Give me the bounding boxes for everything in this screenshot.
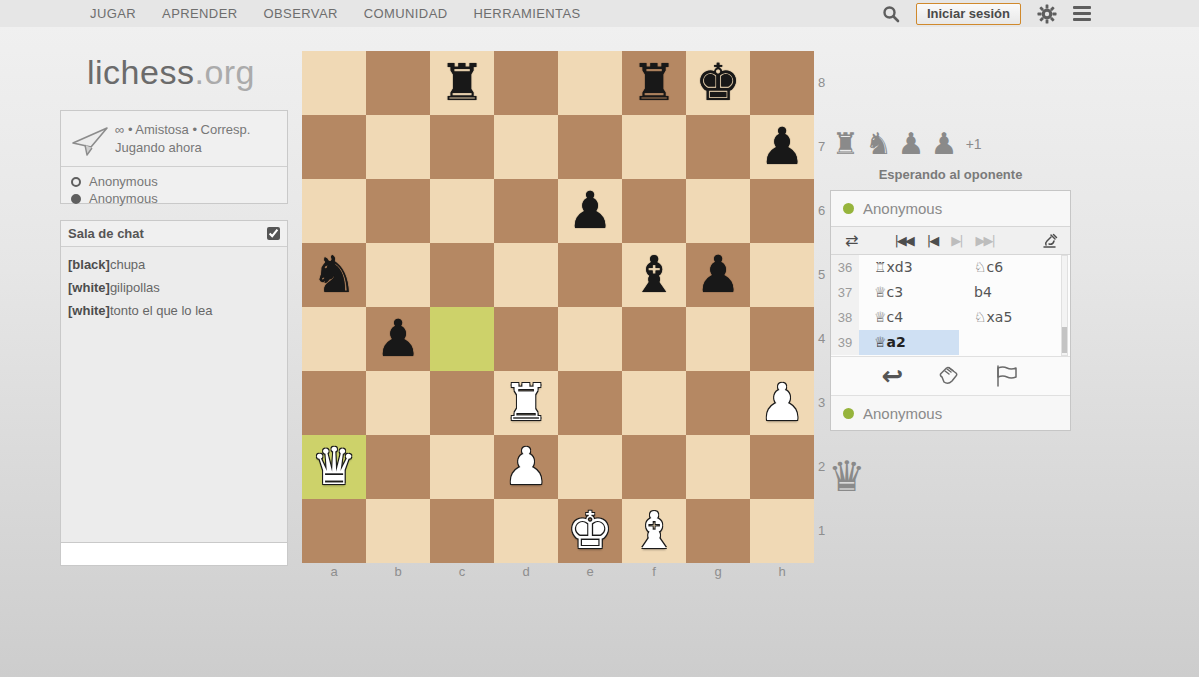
status-text: Esperando al oponente	[830, 167, 1071, 182]
file-label-e: e	[558, 564, 622, 579]
move-row-36: 36♖xd3♘c6	[831, 255, 1070, 280]
square-e3[interactable]	[558, 371, 622, 435]
next-move-icon[interactable]: ▶|	[951, 233, 961, 248]
move-white-37[interactable]: ♕c3	[859, 280, 959, 305]
site-logo[interactable]: lichess.org	[87, 53, 255, 92]
white-pawn-h3[interactable]: ♟	[750, 371, 814, 435]
square-c4[interactable]	[430, 307, 494, 371]
top-nav: JUGARAPRENDEROBSERVARCOMUNIDADHERRAMIENT…	[0, 0, 1199, 27]
nav-item-jugar[interactable]: JUGAR	[90, 6, 136, 21]
move-number: 37	[831, 280, 859, 305]
square-d5[interactable]	[494, 243, 558, 307]
square-h2[interactable]	[750, 435, 814, 499]
white-pawn-d2[interactable]: ♟	[494, 435, 558, 499]
flip-board-icon[interactable]: ⇄	[845, 231, 858, 250]
file-label-g: g	[686, 564, 750, 579]
square-d3[interactable]: ♜	[494, 371, 558, 435]
square-h7[interactable]: ♟	[750, 115, 814, 179]
paper-plane-icon	[71, 121, 115, 158]
square-b1[interactable]	[366, 499, 430, 563]
info-player-white: Anonymous	[71, 173, 277, 190]
square-d8[interactable]	[494, 51, 558, 115]
square-e2[interactable]	[558, 435, 622, 499]
move-number: 39	[831, 330, 859, 355]
nav-item-herramientas[interactable]: HERRAMIENTAS	[474, 6, 581, 21]
square-b4[interactable]: ♟	[366, 307, 430, 371]
square-b2[interactable]	[366, 435, 430, 499]
square-d1[interactable]	[494, 499, 558, 563]
move-black-37[interactable]: b4	[959, 280, 1059, 305]
captured-pieces-bottom: ♛	[828, 452, 866, 501]
file-label-b: b	[366, 564, 430, 579]
square-e1[interactable]: ♚	[558, 499, 622, 563]
players-list: AnonymousAnonymous	[61, 167, 287, 207]
square-d7[interactable]	[494, 115, 558, 179]
square-h6[interactable]	[750, 179, 814, 243]
square-b3[interactable]	[366, 371, 430, 435]
square-c3[interactable]	[430, 371, 494, 435]
move-row-37: 37♕c3b4	[831, 280, 1070, 305]
action-buttons: ↩	[831, 356, 1070, 395]
hamburger-icon[interactable]	[1073, 6, 1091, 21]
square-g8[interactable]: ♚	[686, 51, 750, 115]
file-label-f: f	[622, 564, 686, 579]
online-dot	[843, 203, 854, 214]
rank-labels: 87654321	[816, 51, 825, 563]
rank-label-3: 3	[816, 371, 825, 435]
square-e7[interactable]	[558, 115, 622, 179]
square-h4[interactable]	[750, 307, 814, 371]
nav-item-comunidad[interactable]: COMUNIDAD	[364, 6, 448, 21]
square-g2[interactable]	[686, 435, 750, 499]
white-bishop-f1[interactable]: ♝	[622, 499, 686, 563]
captured-piece: ♞	[865, 127, 892, 161]
black-bishop-f5[interactable]: ♝	[622, 243, 686, 307]
square-d6[interactable]	[494, 179, 558, 243]
white-rook-d3[interactable]: ♜	[494, 371, 558, 435]
nav-menu: JUGARAPRENDEROBSERVARCOMUNIDADHERRAMIENT…	[90, 6, 581, 21]
square-c5[interactable]	[430, 243, 494, 307]
square-d4[interactable]	[494, 307, 558, 371]
move-white-36[interactable]: ♖xd3	[859, 255, 959, 280]
resign-flag-icon[interactable]	[995, 365, 1019, 387]
chat-message: [black]chupa	[68, 253, 280, 276]
rank-label-4: 4	[816, 307, 825, 371]
square-b6[interactable]	[366, 179, 430, 243]
square-c1[interactable]	[430, 499, 494, 563]
black-rook-f8[interactable]: ♜	[622, 51, 686, 115]
player-bottom-name: Anonymous	[863, 405, 942, 422]
rank-label-8: 8	[816, 51, 825, 115]
gear-icon[interactable]	[1037, 4, 1057, 24]
square-c8[interactable]: ♜	[430, 51, 494, 115]
draw-hand-icon[interactable]	[937, 364, 961, 388]
rank-label-5: 5	[816, 243, 825, 307]
square-a1[interactable]	[302, 499, 366, 563]
white-color-dot	[71, 177, 81, 187]
square-a8[interactable]	[302, 51, 366, 115]
nav-item-aprender[interactable]: APRENDER	[162, 6, 237, 21]
chat-message: [white]tonto el que lo lea	[68, 299, 280, 322]
move-white-39[interactable]: ♕a2	[859, 330, 959, 355]
player-top-row: Anonymous	[831, 191, 1070, 226]
file-label-h: h	[750, 564, 814, 579]
game-type-line: ∞ • Amistosa • Corresp.	[115, 121, 250, 139]
move-row-39: 39♕a2	[831, 330, 1070, 355]
square-f6[interactable]	[622, 179, 686, 243]
square-f4[interactable]	[622, 307, 686, 371]
black-king-g8[interactable]: ♚	[686, 51, 750, 115]
square-a6[interactable]	[302, 179, 366, 243]
captured-piece: ♛	[828, 452, 866, 501]
captured-piece: ♟	[898, 127, 925, 161]
square-c6[interactable]	[430, 179, 494, 243]
square-g4[interactable]	[686, 307, 750, 371]
rank-label-1: 1	[816, 499, 825, 563]
rank-label-2: 2	[816, 435, 825, 499]
square-e8[interactable]	[558, 51, 622, 115]
chat-toggle-checkbox[interactable]	[267, 227, 280, 240]
square-a3[interactable]	[302, 371, 366, 435]
captured-piece: ♜	[832, 127, 859, 161]
online-dot	[843, 408, 854, 419]
move-toolbar: ⇄ |◀◀ |◀ ▶| ▶▶|	[831, 226, 1070, 255]
game-status-line: Jugando ahora	[115, 139, 250, 157]
black-color-dot	[71, 194, 81, 204]
move-number: 38	[831, 305, 859, 330]
player-bottom-row: Anonymous	[831, 395, 1070, 430]
search-icon[interactable]	[882, 5, 900, 23]
chat-input[interactable]	[61, 542, 287, 565]
move-black-36[interactable]: ♘c6	[959, 255, 1059, 280]
move-scrollbar[interactable]	[1061, 255, 1068, 356]
black-knight-a5[interactable]: ♞	[302, 243, 366, 307]
material-advantage: +1	[966, 136, 982, 152]
move-number: 36	[831, 255, 859, 280]
black-pawn-h7[interactable]: ♟	[750, 115, 814, 179]
captured-piece: ♟	[931, 127, 958, 161]
square-g1[interactable]	[686, 499, 750, 563]
square-g7[interactable]	[686, 115, 750, 179]
square-f3[interactable]	[622, 371, 686, 435]
move-row-38: 38♕c4♘xa5	[831, 305, 1070, 330]
first-move-icon[interactable]: |◀◀	[894, 233, 912, 248]
file-label-a: a	[302, 564, 366, 579]
square-h1[interactable]	[750, 499, 814, 563]
square-a5[interactable]: ♞	[302, 243, 366, 307]
player-top-name: Anonymous	[863, 200, 942, 217]
square-b8[interactable]	[366, 51, 430, 115]
chat-message: [white]gilipollas	[68, 276, 280, 299]
black-pawn-g5[interactable]: ♟	[686, 243, 750, 307]
file-labels: abcdefgh	[302, 564, 814, 579]
square-g6[interactable]	[686, 179, 750, 243]
file-label-c: c	[430, 564, 494, 579]
square-a2[interactable]: ♛	[302, 435, 366, 499]
square-e5[interactable]	[558, 243, 622, 307]
square-b5[interactable]	[366, 243, 430, 307]
captured-pieces-top: ♜♞♟♟+1	[832, 127, 982, 161]
chat-title: Sala de chat	[68, 226, 144, 241]
square-e6[interactable]: ♟	[558, 179, 622, 243]
black-rook-c8[interactable]: ♜	[430, 51, 494, 115]
square-f7[interactable]	[622, 115, 686, 179]
rank-label-6: 6	[816, 179, 825, 243]
move-list: 36♖xd3♘c637♕c3b438♕c4♘xa539♕a2	[831, 255, 1070, 356]
square-c7[interactable]	[430, 115, 494, 179]
square-c2[interactable]	[430, 435, 494, 499]
game-info-box: ∞ • Amistosa • Corresp. Jugando ahora An…	[60, 110, 288, 204]
square-f2[interactable]	[622, 435, 686, 499]
square-h8[interactable]	[750, 51, 814, 115]
game-panel: Anonymous ⇄ |◀◀ |◀ ▶| ▶▶| 36♖xd3♘c637♕c3…	[830, 190, 1071, 431]
chess-board[interactable]: ♜♜♚♟♟♞♝♟♟♜♟♛♟♚♝	[302, 51, 814, 563]
square-h3[interactable]: ♟	[750, 371, 814, 435]
square-h5[interactable]	[750, 243, 814, 307]
move-white-38[interactable]: ♕c4	[859, 305, 959, 330]
move-black-38[interactable]: ♘xa5	[959, 305, 1059, 330]
square-a7[interactable]	[302, 115, 366, 179]
info-player-black: Anonymous	[71, 190, 277, 207]
black-pawn-e6[interactable]: ♟	[558, 179, 622, 243]
black-pawn-b4[interactable]: ♟	[366, 307, 430, 371]
square-b7[interactable]	[366, 115, 430, 179]
square-d2[interactable]: ♟	[494, 435, 558, 499]
square-g5[interactable]: ♟	[686, 243, 750, 307]
square-f5[interactable]: ♝	[622, 243, 686, 307]
analysis-microscope-icon[interactable]	[1042, 233, 1058, 249]
prev-move-icon[interactable]: |◀	[927, 233, 937, 248]
takeback-icon[interactable]: ↩	[882, 363, 904, 389]
square-e4[interactable]	[558, 307, 622, 371]
chat-messages: [black]chupa[white]gilipollas[white]tont…	[61, 247, 287, 542]
white-queen-a2[interactable]: ♛	[302, 435, 366, 499]
square-a4[interactable]	[302, 307, 366, 371]
login-button[interactable]: Iniciar sesión	[916, 3, 1021, 25]
rank-label-7: 7	[816, 115, 825, 179]
file-label-d: d	[494, 564, 558, 579]
white-king-e1[interactable]: ♚	[558, 499, 622, 563]
square-f1[interactable]: ♝	[622, 499, 686, 563]
last-move-icon[interactable]: ▶▶|	[976, 233, 994, 248]
square-g3[interactable]	[686, 371, 750, 435]
nav-item-observar[interactable]: OBSERVAR	[264, 6, 338, 21]
square-f8[interactable]: ♜	[622, 51, 686, 115]
chat-box: Sala de chat [black]chupa[white]gilipoll…	[60, 220, 288, 566]
move-black-39[interactable]	[959, 330, 1059, 355]
